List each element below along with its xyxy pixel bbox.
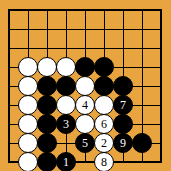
white-stone <box>75 76 95 96</box>
black-stone <box>132 133 152 153</box>
black-stone <box>56 76 76 96</box>
move-number-label: 7 <box>120 96 126 114</box>
black-stone: 7 <box>113 95 133 115</box>
black-stone <box>37 95 57 115</box>
move-number-label: 2 <box>101 134 107 152</box>
white-stone <box>94 95 114 115</box>
white-stone <box>75 114 95 134</box>
go-diagram: 473652918 <box>0 0 171 171</box>
white-stone <box>18 57 38 77</box>
black-stone <box>75 57 95 77</box>
black-stone <box>37 76 57 96</box>
white-stone <box>18 152 38 171</box>
white-stone <box>18 95 38 115</box>
black-stone <box>113 76 133 96</box>
white-stone <box>18 114 38 134</box>
move-number-label: 8 <box>101 153 107 171</box>
move-number-label: 6 <box>101 115 107 133</box>
black-stone: 5 <box>75 133 95 153</box>
white-stone: 6 <box>94 114 114 134</box>
white-stone: 4 <box>75 95 95 115</box>
black-stone <box>37 133 57 153</box>
white-stone <box>18 76 38 96</box>
black-stone <box>94 57 114 77</box>
move-number-label: 3 <box>63 115 69 133</box>
black-stone: 3 <box>56 114 76 134</box>
black-stone <box>37 152 57 171</box>
white-stone: 8 <box>94 152 114 171</box>
move-number-label: 5 <box>82 134 88 152</box>
move-number-label: 1 <box>63 153 69 171</box>
black-stone <box>37 114 57 134</box>
black-stone: 9 <box>113 133 133 153</box>
black-stone: 1 <box>56 152 76 171</box>
black-stone <box>113 114 133 134</box>
white-stone <box>56 95 76 115</box>
white-stone <box>18 133 38 153</box>
black-stone <box>94 76 114 96</box>
move-number-label: 4 <box>82 96 88 114</box>
white-stone: 2 <box>94 133 114 153</box>
move-number-label: 9 <box>120 134 126 152</box>
white-stone <box>56 57 76 77</box>
white-stone <box>37 57 57 77</box>
